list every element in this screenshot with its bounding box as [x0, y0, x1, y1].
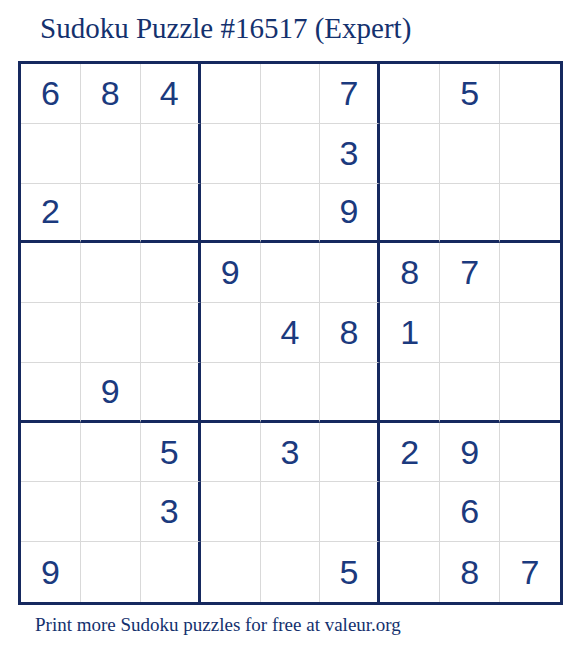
- sudoku-cell-r3c5[interactable]: [261, 184, 321, 244]
- sudoku-cell-r7c2[interactable]: [81, 423, 141, 483]
- sudoku-cell-r3c4[interactable]: [201, 184, 261, 244]
- sudoku-cell-r2c2[interactable]: [81, 124, 141, 184]
- sudoku-cell-r8c8[interactable]: 6: [440, 482, 500, 542]
- sudoku-cell-r2c6[interactable]: 3: [320, 124, 380, 184]
- sudoku-cell-r5c4[interactable]: [201, 303, 261, 363]
- sudoku-cell-r6c5[interactable]: [261, 363, 321, 423]
- sudoku-cell-r6c6[interactable]: [320, 363, 380, 423]
- sudoku-cell-r8c6[interactable]: [320, 482, 380, 542]
- sudoku-cell-r9c4[interactable]: [201, 542, 261, 602]
- sudoku-cell-r3c6[interactable]: 9: [320, 184, 380, 244]
- sudoku-cell-r5c2[interactable]: [81, 303, 141, 363]
- sudoku-cell-r1c8[interactable]: 5: [440, 64, 500, 124]
- sudoku-cell-r4c5[interactable]: [261, 243, 321, 303]
- sudoku-cell-r5c7[interactable]: 1: [380, 303, 440, 363]
- sudoku-cell-r4c3[interactable]: [141, 243, 201, 303]
- sudoku-cell-r4c6[interactable]: [320, 243, 380, 303]
- sudoku-cell-r8c7[interactable]: [380, 482, 440, 542]
- sudoku-cell-r8c5[interactable]: [261, 482, 321, 542]
- sudoku-cell-r1c5[interactable]: [261, 64, 321, 124]
- sudoku-cell-r2c9[interactable]: [500, 124, 560, 184]
- sudoku-cell-r1c6[interactable]: 7: [320, 64, 380, 124]
- sudoku-cell-r8c9[interactable]: [500, 482, 560, 542]
- sudoku-cell-r4c1[interactable]: [21, 243, 81, 303]
- sudoku-cell-r4c4[interactable]: 9: [201, 243, 261, 303]
- sudoku-cell-r3c3[interactable]: [141, 184, 201, 244]
- sudoku-cell-r2c5[interactable]: [261, 124, 321, 184]
- sudoku-cell-r4c7[interactable]: 8: [380, 243, 440, 303]
- footer-text: Print more Sudoku puzzles for free at va…: [35, 614, 401, 636]
- sudoku-cell-r6c9[interactable]: [500, 363, 560, 423]
- sudoku-cell-r5c9[interactable]: [500, 303, 560, 363]
- sudoku-cell-r7c6[interactable]: [320, 423, 380, 483]
- sudoku-cell-r4c2[interactable]: [81, 243, 141, 303]
- sudoku-cell-r6c1[interactable]: [21, 363, 81, 423]
- sudoku-cell-r8c4[interactable]: [201, 482, 261, 542]
- sudoku-cell-r1c4[interactable]: [201, 64, 261, 124]
- sudoku-cell-r8c1[interactable]: [21, 482, 81, 542]
- sudoku-cell-r5c3[interactable]: [141, 303, 201, 363]
- sudoku-cell-r8c3[interactable]: 3: [141, 482, 201, 542]
- sudoku-cell-r4c8[interactable]: 7: [440, 243, 500, 303]
- sudoku-cell-r9c2[interactable]: [81, 542, 141, 602]
- sudoku-cell-r3c8[interactable]: [440, 184, 500, 244]
- sudoku-cell-r1c7[interactable]: [380, 64, 440, 124]
- sudoku-cell-r3c2[interactable]: [81, 184, 141, 244]
- sudoku-cell-r1c9[interactable]: [500, 64, 560, 124]
- sudoku-cell-r5c1[interactable]: [21, 303, 81, 363]
- sudoku-cell-r7c7[interactable]: 2: [380, 423, 440, 483]
- sudoku-cell-r9c6[interactable]: 5: [320, 542, 380, 602]
- sudoku-cell-r3c1[interactable]: 2: [21, 184, 81, 244]
- sudoku-board: 6847532998748195329369587: [18, 61, 563, 605]
- sudoku-cell-r7c9[interactable]: [500, 423, 560, 483]
- sudoku-cell-r1c1[interactable]: 6: [21, 64, 81, 124]
- sudoku-cell-r9c7[interactable]: [380, 542, 440, 602]
- sudoku-cell-r9c8[interactable]: 8: [440, 542, 500, 602]
- sudoku-cell-r8c2[interactable]: [81, 482, 141, 542]
- sudoku-cell-r6c8[interactable]: [440, 363, 500, 423]
- sudoku-cell-r2c1[interactable]: [21, 124, 81, 184]
- sudoku-cell-r3c9[interactable]: [500, 184, 560, 244]
- sudoku-cell-r5c5[interactable]: 4: [261, 303, 321, 363]
- sudoku-cell-r9c3[interactable]: [141, 542, 201, 602]
- sudoku-cell-r6c4[interactable]: [201, 363, 261, 423]
- sudoku-cell-r2c7[interactable]: [380, 124, 440, 184]
- sudoku-cell-r5c8[interactable]: [440, 303, 500, 363]
- sudoku-cell-r7c3[interactable]: 5: [141, 423, 201, 483]
- sudoku-cell-r9c9[interactable]: 7: [500, 542, 560, 602]
- sudoku-cell-r5c6[interactable]: 8: [320, 303, 380, 363]
- sudoku-cell-r2c8[interactable]: [440, 124, 500, 184]
- sudoku-cell-r9c1[interactable]: 9: [21, 542, 81, 602]
- sudoku-cell-r1c2[interactable]: 8: [81, 64, 141, 124]
- sudoku-cell-r7c5[interactable]: 3: [261, 423, 321, 483]
- sudoku-cell-r7c1[interactable]: [21, 423, 81, 483]
- sudoku-cell-r7c4[interactable]: [201, 423, 261, 483]
- sudoku-cell-r4c9[interactable]: [500, 243, 560, 303]
- sudoku-page: Sudoku Puzzle #16517 (Expert) 6847532998…: [0, 0, 580, 651]
- sudoku-cell-r6c2[interactable]: 9: [81, 363, 141, 423]
- sudoku-cell-r2c3[interactable]: [141, 124, 201, 184]
- sudoku-cell-r9c5[interactable]: [261, 542, 321, 602]
- sudoku-cell-r2c4[interactable]: [201, 124, 261, 184]
- sudoku-cell-r3c7[interactable]: [380, 184, 440, 244]
- sudoku-cell-r6c7[interactable]: [380, 363, 440, 423]
- page-title: Sudoku Puzzle #16517 (Expert): [40, 12, 411, 45]
- sudoku-cell-r7c8[interactable]: 9: [440, 423, 500, 483]
- sudoku-cell-r6c3[interactable]: [141, 363, 201, 423]
- sudoku-cell-r1c3[interactable]: 4: [141, 64, 201, 124]
